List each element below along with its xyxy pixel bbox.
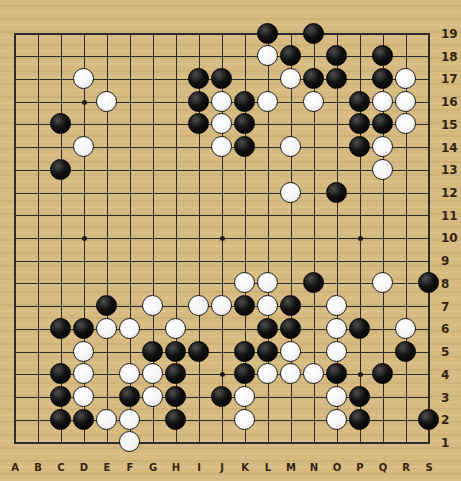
row-label-10: 10 (441, 231, 461, 245)
stone-white-G3[interactable] (142, 386, 163, 407)
row-label-19: 19 (441, 27, 461, 41)
column-label-I: I (189, 462, 209, 473)
stone-white-Q14[interactable] (372, 136, 393, 157)
stone-black-K14[interactable] (234, 136, 255, 157)
stone-black-M6[interactable] (280, 318, 301, 339)
stone-white-O5[interactable] (326, 341, 347, 362)
row-label-11: 11 (441, 209, 461, 223)
stone-white-O3[interactable] (326, 386, 347, 407)
column-label-J: J (212, 462, 232, 473)
stone-black-P2[interactable] (349, 409, 370, 430)
stone-white-L7[interactable] (257, 295, 278, 316)
grid-line-horizontal-8 (14, 283, 430, 284)
column-label-F: F (120, 462, 140, 473)
stone-black-C13[interactable] (50, 159, 71, 180)
stone-black-O17[interactable] (326, 68, 347, 89)
row-label-15: 15 (441, 118, 461, 132)
star-point-J10 (220, 236, 225, 241)
stone-white-D5[interactable] (73, 341, 94, 362)
stone-black-N17[interactable] (303, 68, 324, 89)
stone-white-Q16[interactable] (372, 91, 393, 112)
stone-white-R17[interactable] (395, 68, 416, 89)
row-label-2: 2 (441, 413, 461, 427)
stone-white-M17[interactable] (280, 68, 301, 89)
stone-black-J3[interactable] (211, 386, 232, 407)
row-label-16: 16 (441, 95, 461, 109)
stone-white-D4[interactable] (73, 363, 94, 384)
star-point-P10 (358, 236, 363, 241)
stone-white-F1[interactable] (119, 431, 140, 452)
stone-white-F2[interactable] (119, 409, 140, 430)
stone-white-F4[interactable] (119, 363, 140, 384)
stone-black-L5[interactable] (257, 341, 278, 362)
stone-white-J15[interactable] (211, 113, 232, 134)
stone-white-M5[interactable] (280, 341, 301, 362)
stone-white-J16[interactable] (211, 91, 232, 112)
stone-white-M12[interactable] (280, 182, 301, 203)
star-point-J4 (220, 372, 225, 377)
stone-black-P15[interactable] (349, 113, 370, 134)
column-label-A: A (5, 462, 25, 473)
stone-black-Q17[interactable] (372, 68, 393, 89)
stone-white-D17[interactable] (73, 68, 94, 89)
stone-black-L6[interactable] (257, 318, 278, 339)
stone-black-I15[interactable] (188, 113, 209, 134)
column-label-S: S (419, 462, 439, 473)
stone-white-E2[interactable] (96, 409, 117, 430)
stone-black-O18[interactable] (326, 45, 347, 66)
stone-black-R5[interactable] (395, 341, 416, 362)
column-label-K: K (235, 462, 255, 473)
column-label-D: D (74, 462, 94, 473)
stone-white-E16[interactable] (96, 91, 117, 112)
stone-black-M18[interactable] (280, 45, 301, 66)
stone-black-P6[interactable] (349, 318, 370, 339)
stone-black-C4[interactable] (50, 363, 71, 384)
column-label-E: E (97, 462, 117, 473)
stone-black-I17[interactable] (188, 68, 209, 89)
column-label-O: O (327, 462, 347, 473)
stone-white-L18[interactable] (257, 45, 278, 66)
stone-black-M7[interactable] (280, 295, 301, 316)
stone-black-H2[interactable] (165, 409, 186, 430)
grid-line-vertical-S (428, 33, 430, 444)
row-label-9: 9 (441, 254, 461, 268)
row-label-12: 12 (441, 186, 461, 200)
stone-black-P14[interactable] (349, 136, 370, 157)
stone-black-Q4[interactable] (372, 363, 393, 384)
stone-white-K3[interactable] (234, 386, 255, 407)
stone-white-O2[interactable] (326, 409, 347, 430)
stone-black-J17[interactable] (211, 68, 232, 89)
stone-black-O4[interactable] (326, 363, 347, 384)
stone-black-H4[interactable] (165, 363, 186, 384)
row-label-14: 14 (441, 141, 461, 155)
stone-white-H6[interactable] (165, 318, 186, 339)
stone-black-P16[interactable] (349, 91, 370, 112)
grid-line-horizontal-9 (14, 261, 430, 262)
stone-black-P3[interactable] (349, 386, 370, 407)
star-point-D10 (82, 236, 87, 241)
stone-white-F6[interactable] (119, 318, 140, 339)
stone-white-D14[interactable] (73, 136, 94, 157)
stone-white-K8[interactable] (234, 272, 255, 293)
stone-black-K7[interactable] (234, 295, 255, 316)
stone-white-K2[interactable] (234, 409, 255, 430)
stone-black-D2[interactable] (73, 409, 94, 430)
stone-black-I5[interactable] (188, 341, 209, 362)
stone-white-O7[interactable] (326, 295, 347, 316)
stone-white-M4[interactable] (280, 363, 301, 384)
stone-black-Q18[interactable] (372, 45, 393, 66)
row-label-17: 17 (441, 72, 461, 86)
column-label-L: L (258, 462, 278, 473)
stone-white-L16[interactable] (257, 91, 278, 112)
stone-black-C6[interactable] (50, 318, 71, 339)
stone-white-J7[interactable] (211, 295, 232, 316)
column-label-B: B (28, 462, 48, 473)
grid-line-horizontal-1 (14, 442, 430, 444)
stone-white-E6[interactable] (96, 318, 117, 339)
stone-white-G7[interactable] (142, 295, 163, 316)
stone-white-N4[interactable] (303, 363, 324, 384)
column-label-G: G (143, 462, 163, 473)
star-point-P4 (358, 372, 363, 377)
stone-white-J14[interactable] (211, 136, 232, 157)
stone-black-G5[interactable] (142, 341, 163, 362)
stone-white-I7[interactable] (188, 295, 209, 316)
stone-black-D6[interactable] (73, 318, 94, 339)
star-point-D16 (82, 100, 87, 105)
row-label-5: 5 (441, 345, 461, 359)
row-label-3: 3 (441, 391, 461, 405)
stone-black-N19[interactable] (303, 23, 324, 44)
stone-white-Q13[interactable] (372, 159, 393, 180)
stone-black-N8[interactable] (303, 272, 324, 293)
go-board[interactable]: ABCDEFGHIJKLMNOPQRS191817161514131211109… (0, 0, 461, 481)
column-label-P: P (350, 462, 370, 473)
stone-black-I16[interactable] (188, 91, 209, 112)
stone-white-R16[interactable] (395, 91, 416, 112)
stone-black-S8[interactable] (418, 272, 439, 293)
stone-white-L4[interactable] (257, 363, 278, 384)
stone-white-G4[interactable] (142, 363, 163, 384)
row-label-1: 1 (441, 436, 461, 450)
column-label-C: C (51, 462, 71, 473)
row-label-7: 7 (441, 300, 461, 314)
stone-black-K4[interactable] (234, 363, 255, 384)
column-label-H: H (166, 462, 186, 473)
column-label-N: N (304, 462, 324, 473)
row-label-8: 8 (441, 277, 461, 291)
column-label-R: R (396, 462, 416, 473)
stone-black-C15[interactable] (50, 113, 71, 134)
stone-black-Q15[interactable] (372, 113, 393, 134)
column-label-M: M (281, 462, 301, 473)
stone-white-Q8[interactable] (372, 272, 393, 293)
stone-black-S2[interactable] (418, 409, 439, 430)
stone-black-H3[interactable] (165, 386, 186, 407)
stone-black-L19[interactable] (257, 23, 278, 44)
stone-white-O6[interactable] (326, 318, 347, 339)
stone-black-C3[interactable] (50, 386, 71, 407)
row-label-13: 13 (441, 163, 461, 177)
row-label-18: 18 (441, 50, 461, 64)
row-label-4: 4 (441, 368, 461, 382)
stone-black-K16[interactable] (234, 91, 255, 112)
stone-black-H5[interactable] (165, 341, 186, 362)
stone-white-M14[interactable] (280, 136, 301, 157)
stone-black-C2[interactable] (50, 409, 71, 430)
stone-black-O12[interactable] (326, 182, 347, 203)
stone-black-E7[interactable] (96, 295, 117, 316)
stone-white-L8[interactable] (257, 272, 278, 293)
stone-black-K5[interactable] (234, 341, 255, 362)
stone-white-R6[interactable] (395, 318, 416, 339)
stone-black-K15[interactable] (234, 113, 255, 134)
stone-white-R15[interactable] (395, 113, 416, 134)
stone-black-F3[interactable] (119, 386, 140, 407)
column-label-Q: Q (373, 462, 393, 473)
row-label-6: 6 (441, 322, 461, 336)
stone-white-N16[interactable] (303, 91, 324, 112)
stone-white-D3[interactable] (73, 386, 94, 407)
